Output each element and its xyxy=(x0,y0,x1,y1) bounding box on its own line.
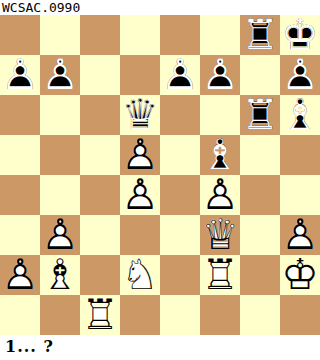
square-b5[interactable] xyxy=(40,135,80,175)
white-king-piece: ♚♔ xyxy=(280,255,320,295)
square-b7[interactable]: ♟♙ xyxy=(40,55,80,95)
white-queen-outline: ♕ xyxy=(200,215,240,255)
square-d3[interactable] xyxy=(120,215,160,255)
square-e7[interactable]: ♟♙ xyxy=(160,55,200,95)
white-pawn-piece: ♟♙ xyxy=(120,135,160,175)
square-e2[interactable] xyxy=(160,255,200,295)
black-king-outline: ♔ xyxy=(280,15,320,55)
white-queen-piece: ♛♕ xyxy=(200,215,240,255)
square-f3[interactable]: ♛♕ xyxy=(200,215,240,255)
black-pawn-piece: ♟♙ xyxy=(160,55,200,95)
square-c8[interactable] xyxy=(80,15,120,55)
square-f7[interactable]: ♟♙ xyxy=(200,55,240,95)
square-f6[interactable] xyxy=(200,95,240,135)
square-a6[interactable] xyxy=(0,95,40,135)
black-pawn-piece: ♟♙ xyxy=(0,55,40,95)
square-a7[interactable]: ♟♙ xyxy=(0,55,40,95)
square-a1[interactable] xyxy=(0,295,40,335)
square-c3[interactable] xyxy=(80,215,120,255)
square-g1[interactable] xyxy=(240,295,280,335)
square-e1[interactable] xyxy=(160,295,200,335)
square-h7[interactable]: ♟♙ xyxy=(280,55,320,95)
chess-board: ♜♖♚♔♟♙♟♙♟♙♟♙♟♙♛♕♜♖♝♗♟♙♝♗♟♙♟♙♟♙♛♕♟♙♟♙♝♗♞♘… xyxy=(0,15,320,335)
black-bishop-piece: ♝♗ xyxy=(280,95,320,135)
square-c1[interactable]: ♜♖ xyxy=(80,295,120,335)
square-d2[interactable]: ♞♘ xyxy=(120,255,160,295)
square-c6[interactable] xyxy=(80,95,120,135)
square-f1[interactable] xyxy=(200,295,240,335)
white-pawn-outline: ♙ xyxy=(120,135,160,175)
square-c7[interactable] xyxy=(80,55,120,95)
square-b4[interactable] xyxy=(40,175,80,215)
square-d7[interactable] xyxy=(120,55,160,95)
square-b2[interactable]: ♝♗ xyxy=(40,255,80,295)
black-king-piece: ♚♔ xyxy=(280,15,320,55)
square-a5[interactable] xyxy=(0,135,40,175)
black-rook-outline: ♖ xyxy=(240,15,280,55)
white-pawn-piece: ♟♙ xyxy=(0,255,40,295)
white-pawn-piece: ♟♙ xyxy=(200,175,240,215)
white-rook-outline: ♖ xyxy=(80,295,120,335)
square-g3[interactable] xyxy=(240,215,280,255)
square-f5[interactable]: ♝♗ xyxy=(200,135,240,175)
white-king-outline: ♔ xyxy=(280,255,320,295)
square-g8[interactable]: ♜♖ xyxy=(240,15,280,55)
white-pawn-piece: ♟♙ xyxy=(280,215,320,255)
white-rook-piece: ♜♖ xyxy=(200,255,240,295)
black-pawn-outline: ♙ xyxy=(280,55,320,95)
square-b8[interactable] xyxy=(40,15,80,55)
square-b3[interactable]: ♟♙ xyxy=(40,215,80,255)
square-h3[interactable]: ♟♙ xyxy=(280,215,320,255)
square-a8[interactable] xyxy=(0,15,40,55)
square-a2[interactable]: ♟♙ xyxy=(0,255,40,295)
square-h1[interactable] xyxy=(280,295,320,335)
square-b6[interactable] xyxy=(40,95,80,135)
black-pawn-outline: ♙ xyxy=(0,55,40,95)
square-h4[interactable] xyxy=(280,175,320,215)
white-knight-piece: ♞♘ xyxy=(120,255,160,295)
square-g4[interactable] xyxy=(240,175,280,215)
white-knight-outline: ♘ xyxy=(120,255,160,295)
square-h5[interactable] xyxy=(280,135,320,175)
square-a3[interactable] xyxy=(0,215,40,255)
square-f8[interactable] xyxy=(200,15,240,55)
black-pawn-outline: ♙ xyxy=(200,55,240,95)
white-pawn-piece: ♟♙ xyxy=(120,175,160,215)
square-c2[interactable] xyxy=(80,255,120,295)
square-d4[interactable]: ♟♙ xyxy=(120,175,160,215)
square-d1[interactable] xyxy=(120,295,160,335)
white-pawn-piece: ♟♙ xyxy=(40,215,80,255)
square-g7[interactable] xyxy=(240,55,280,95)
white-pawn-outline: ♙ xyxy=(280,215,320,255)
black-pawn-piece: ♟♙ xyxy=(40,55,80,95)
square-c5[interactable] xyxy=(80,135,120,175)
white-rook-outline: ♖ xyxy=(200,255,240,295)
square-f2[interactable]: ♜♖ xyxy=(200,255,240,295)
square-g2[interactable] xyxy=(240,255,280,295)
square-d6[interactable]: ♛♕ xyxy=(120,95,160,135)
black-pawn-piece: ♟♙ xyxy=(280,55,320,95)
square-a4[interactable] xyxy=(0,175,40,215)
white-pawn-outline: ♙ xyxy=(120,175,160,215)
square-f4[interactable]: ♟♙ xyxy=(200,175,240,215)
chess-diagram-window: WCSAC.0990 ♜♖♚♔♟♙♟♙♟♙♟♙♟♙♛♕♜♖♝♗♟♙♝♗♟♙♟♙♟… xyxy=(0,0,320,360)
square-b1[interactable] xyxy=(40,295,80,335)
white-bishop-outline: ♗ xyxy=(40,255,80,295)
square-e8[interactable] xyxy=(160,15,200,55)
white-pawn-outline: ♙ xyxy=(40,215,80,255)
black-pawn-outline: ♙ xyxy=(40,55,80,95)
white-pawn-outline: ♙ xyxy=(200,175,240,215)
square-c4[interactable] xyxy=(80,175,120,215)
square-e4[interactable] xyxy=(160,175,200,215)
black-rook-piece: ♜♖ xyxy=(240,15,280,55)
square-e6[interactable] xyxy=(160,95,200,135)
white-pawn-outline: ♙ xyxy=(0,255,40,295)
white-bishop-piece: ♝♗ xyxy=(40,255,80,295)
black-bishop-outline: ♗ xyxy=(200,135,240,175)
black-pawn-outline: ♙ xyxy=(160,55,200,95)
black-bishop-outline: ♗ xyxy=(280,95,320,135)
square-g6[interactable]: ♜♖ xyxy=(240,95,280,135)
black-rook-piece: ♜♖ xyxy=(240,95,280,135)
square-e5[interactable] xyxy=(160,135,200,175)
square-d8[interactable] xyxy=(120,15,160,55)
square-h8[interactable]: ♚♔ xyxy=(280,15,320,55)
white-rook-piece: ♜♖ xyxy=(80,295,120,335)
black-rook-outline: ♖ xyxy=(240,95,280,135)
black-pawn-piece: ♟♙ xyxy=(200,55,240,95)
square-e3[interactable] xyxy=(160,215,200,255)
move-prompt: 1... ? xyxy=(0,335,320,360)
square-h2[interactable]: ♚♔ xyxy=(280,255,320,295)
square-h6[interactable]: ♝♗ xyxy=(280,95,320,135)
square-g5[interactable] xyxy=(240,135,280,175)
black-bishop-piece: ♝♗ xyxy=(200,135,240,175)
black-queen-piece: ♛♕ xyxy=(120,95,160,135)
square-d5[interactable]: ♟♙ xyxy=(120,135,160,175)
black-queen-outline: ♕ xyxy=(120,95,160,135)
